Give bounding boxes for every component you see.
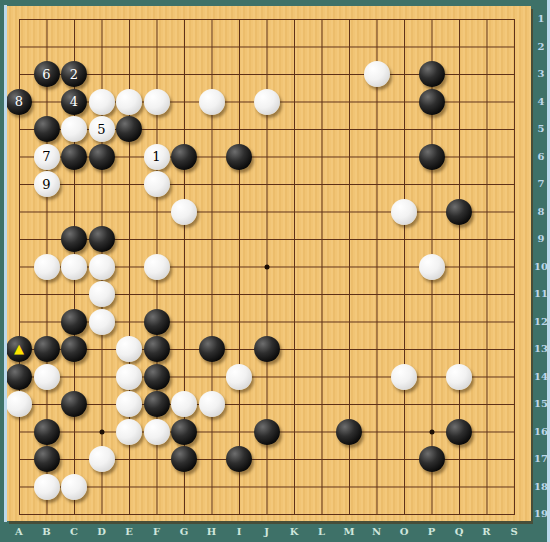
column-label-B: B: [39, 526, 55, 537]
white-stone: [89, 446, 115, 472]
white-stone: [116, 89, 142, 115]
white-stone: [391, 364, 417, 390]
column-label-L: L: [314, 526, 330, 537]
white-stone: [89, 281, 115, 307]
white-stone: [7, 391, 32, 417]
white-stone: [391, 199, 417, 225]
black-stone: ▲: [7, 336, 32, 362]
black-stone: [199, 336, 225, 362]
black-stone: [419, 144, 445, 170]
white-stone: [116, 336, 142, 362]
black-stone: [144, 309, 170, 335]
black-stone: [171, 419, 197, 445]
white-stone: [34, 474, 60, 500]
white-stone: [34, 254, 60, 280]
black-stone: [226, 446, 252, 472]
white-stone: [116, 419, 142, 445]
white-stone: [171, 199, 197, 225]
black-stone: [336, 419, 362, 445]
black-stone: [34, 336, 60, 362]
black-stone: [446, 419, 472, 445]
row-label-17: 17: [533, 453, 549, 464]
move-number-label: 9: [42, 178, 50, 191]
black-stone: [144, 336, 170, 362]
move-number-label: 4: [70, 95, 78, 108]
move-number-label: 5: [97, 123, 105, 136]
column-label-S: S: [506, 526, 522, 537]
move-number-label: 8: [15, 95, 23, 108]
white-stone: [89, 254, 115, 280]
black-stone: [89, 144, 115, 170]
white-stone: [144, 171, 170, 197]
black-stone: [61, 226, 87, 252]
row-label-19: 19: [533, 508, 549, 519]
move-number-label: 2: [70, 68, 78, 81]
white-stone: [144, 254, 170, 280]
black-stone: [7, 364, 32, 390]
column-label-C: C: [66, 526, 82, 537]
black-stone: 6: [34, 61, 60, 87]
row-label-6: 6: [533, 151, 549, 162]
row-label-1: 1: [533, 13, 549, 24]
go-board[interactable]: 62845719▲: [7, 6, 531, 521]
column-label-J: J: [259, 526, 275, 537]
black-stone: [419, 446, 445, 472]
row-label-10: 10: [533, 261, 549, 272]
black-stone: [61, 391, 87, 417]
black-stone: 2: [61, 61, 87, 87]
black-stone: [226, 144, 252, 170]
white-stone: [61, 474, 87, 500]
column-label-F: F: [149, 526, 165, 537]
white-stone: [144, 419, 170, 445]
column-label-P: P: [424, 526, 440, 537]
black-stone: [144, 391, 170, 417]
go-app-window: 62845719▲ ABCDEFGHIJKLMNOPQRS 1234567891…: [0, 0, 550, 542]
white-stone: 1: [144, 144, 170, 170]
column-label-E: E: [121, 526, 137, 537]
star-point: [99, 429, 104, 434]
black-stone: [419, 61, 445, 87]
star-point: [429, 429, 434, 434]
white-stone: [419, 254, 445, 280]
black-stone: [171, 144, 197, 170]
black-stone: 4: [61, 89, 87, 115]
white-stone: [199, 391, 225, 417]
black-stone: [61, 309, 87, 335]
black-stone: [34, 446, 60, 472]
row-label-16: 16: [533, 426, 549, 437]
black-stone: [254, 336, 280, 362]
white-stone: [364, 61, 390, 87]
row-label-8: 8: [533, 206, 549, 217]
white-stone: 7: [34, 144, 60, 170]
last-move-triangle-marker: ▲: [14, 342, 24, 355]
black-stone: [61, 144, 87, 170]
column-label-M: M: [341, 526, 357, 537]
black-stone: [89, 226, 115, 252]
white-stone: [116, 364, 142, 390]
column-label-R: R: [479, 526, 495, 537]
white-stone: [226, 364, 252, 390]
row-label-14: 14: [533, 371, 549, 382]
star-point: [264, 264, 269, 269]
white-stone: [116, 391, 142, 417]
row-label-15: 15: [533, 398, 549, 409]
move-number-label: 7: [42, 150, 50, 163]
white-stone: 9: [34, 171, 60, 197]
black-stone: [34, 116, 60, 142]
move-number-label: 1: [152, 150, 160, 163]
black-stone: [419, 89, 445, 115]
black-stone: [116, 116, 142, 142]
white-stone: [199, 89, 225, 115]
black-stone: [61, 336, 87, 362]
row-label-9: 9: [533, 233, 549, 244]
black-stone: 8: [7, 89, 32, 115]
row-label-2: 2: [533, 41, 549, 52]
white-stone: [171, 391, 197, 417]
white-stone: [89, 309, 115, 335]
row-label-11: 11: [533, 288, 549, 299]
column-label-I: I: [231, 526, 247, 537]
column-label-H: H: [204, 526, 220, 537]
column-label-G: G: [176, 526, 192, 537]
white-stone: [61, 254, 87, 280]
column-label-K: K: [286, 526, 302, 537]
white-stone: [34, 364, 60, 390]
column-label-A: A: [11, 526, 27, 537]
white-stone: [144, 89, 170, 115]
row-label-18: 18: [533, 481, 549, 492]
white-stone: [254, 89, 280, 115]
row-label-3: 3: [533, 68, 549, 79]
white-stone: [89, 89, 115, 115]
black-stone: [446, 199, 472, 225]
white-stone: [61, 116, 87, 142]
black-stone: [171, 446, 197, 472]
row-label-5: 5: [533, 123, 549, 134]
black-stone: [144, 364, 170, 390]
row-label-13: 13: [533, 343, 549, 354]
row-label-4: 4: [533, 96, 549, 107]
column-label-D: D: [94, 526, 110, 537]
row-label-7: 7: [533, 178, 549, 189]
column-label-Q: Q: [451, 526, 467, 537]
move-number-label: 6: [42, 68, 50, 81]
row-label-12: 12: [533, 316, 549, 327]
black-stone: [254, 419, 280, 445]
column-label-O: O: [396, 526, 412, 537]
white-stone: 5: [89, 116, 115, 142]
column-label-N: N: [369, 526, 385, 537]
white-stone: [446, 364, 472, 390]
black-stone: [34, 419, 60, 445]
